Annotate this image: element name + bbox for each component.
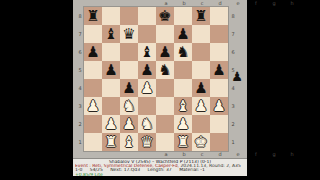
piece-black-b-b7[interactable]: ♝	[102, 25, 120, 43]
coord-label: d	[211, 151, 229, 158]
square-f4[interactable]	[174, 79, 192, 97]
square-c2[interactable]: ♟	[120, 115, 138, 133]
piece-white-p-h3[interactable]: ♟	[210, 97, 228, 115]
square-b6[interactable]	[102, 43, 120, 61]
piece-black-p-g4[interactable]: ♟	[192, 79, 210, 97]
square-h6[interactable]	[210, 43, 228, 61]
coord-label: 2	[229, 115, 237, 133]
length-text: Length: 37	[148, 168, 172, 172]
square-g3[interactable]: ♟	[192, 97, 210, 115]
coord-label: 1	[229, 133, 237, 151]
square-b7[interactable]: ♝	[102, 25, 120, 43]
square-f3[interactable]: ♝	[174, 97, 192, 115]
square-c1[interactable]: ♝	[120, 133, 138, 151]
piece-black-p-c4[interactable]: ♟	[120, 79, 138, 97]
square-f2[interactable]: ♟	[174, 115, 192, 133]
square-b8[interactable]	[102, 7, 120, 25]
square-a2[interactable]	[84, 115, 102, 133]
video-frame: abcdefgh abcdefgh 87654321 87654321 ♜♚♜♝…	[0, 0, 320, 180]
square-d3[interactable]	[138, 97, 156, 115]
piece-black-b-d6[interactable]: ♝	[138, 43, 156, 61]
game-info-footer: Shabalov V (2545) – Wachtfeld P (2113) (…	[73, 158, 247, 176]
piece-white-q-d1[interactable]: ♛	[138, 133, 156, 151]
square-a4[interactable]	[84, 79, 102, 97]
square-f5[interactable]	[174, 61, 192, 79]
piece-black-p-a6[interactable]: ♟	[84, 43, 102, 61]
coord-label: g	[265, 151, 283, 158]
square-e3[interactable]	[156, 97, 174, 115]
piece-white-p-b2[interactable]: ♟	[102, 115, 120, 133]
coord-label: 1	[76, 133, 84, 151]
piece-white-p-g3[interactable]: ♟	[192, 97, 210, 115]
coord-label: b	[175, 151, 193, 158]
coord-label: h	[283, 151, 301, 158]
piece-white-p-d4[interactable]: ♟	[138, 79, 156, 97]
piece-white-p-f2[interactable]: ♟	[174, 115, 192, 133]
rank-labels-left: 87654321	[76, 7, 84, 151]
coord-label: a	[157, 151, 175, 158]
piece-white-n-c3[interactable]: ♞	[120, 97, 138, 115]
coord-label: e	[229, 0, 247, 7]
piece-white-p-a3[interactable]: ♟	[84, 97, 102, 115]
coord-label: c	[193, 151, 211, 158]
square-a5[interactable]	[84, 61, 102, 79]
square-d8[interactable]	[138, 7, 156, 25]
square-e8[interactable]: ♚	[156, 7, 174, 25]
square-d5[interactable]: ♟	[138, 61, 156, 79]
piece-white-k-g1[interactable]: ♚	[192, 133, 210, 151]
coord-label: 8	[76, 7, 84, 25]
square-h3[interactable]: ♟	[210, 97, 228, 115]
piece-black-n-f6[interactable]: ♞	[174, 43, 192, 61]
coord-label: 4	[76, 79, 84, 97]
square-h1[interactable]	[210, 133, 228, 151]
square-h4[interactable]	[210, 79, 228, 97]
piece-black-r-g8[interactable]: ♜	[192, 7, 210, 25]
file-labels-bottom: abcdefgh	[157, 151, 301, 158]
coord-label: c	[193, 0, 211, 7]
piece-white-b-f3[interactable]: ♝	[174, 97, 192, 115]
coord-label: 6	[229, 43, 237, 61]
piece-black-p-b5[interactable]: ♟	[102, 61, 120, 79]
square-f6[interactable]: ♞	[174, 43, 192, 61]
square-e1[interactable]	[156, 133, 174, 151]
coord-label: 7	[76, 25, 84, 43]
piece-black-r-a8[interactable]: ♜	[84, 7, 102, 25]
square-e6[interactable]: ♟	[156, 43, 174, 61]
coord-label: e	[229, 151, 247, 158]
square-a7[interactable]	[84, 25, 102, 43]
square-c3[interactable]: ♞	[120, 97, 138, 115]
coord-label: 3	[76, 97, 84, 115]
piece-black-n-e5[interactable]: ♞	[156, 61, 174, 79]
coord-label: h	[283, 0, 301, 7]
coord-label: d	[211, 0, 229, 7]
piece-white-n-d2[interactable]: ♞	[138, 115, 156, 133]
square-g7[interactable]	[192, 25, 210, 43]
next-move-text: Next: 17.Qd3	[110, 168, 140, 172]
piece-black-p-d5[interactable]: ♟	[138, 61, 156, 79]
coord-label: b	[175, 0, 193, 7]
coord-label: 8	[229, 7, 237, 25]
square-a8[interactable]: ♜	[84, 7, 102, 25]
square-f8[interactable]	[174, 7, 192, 25]
piece-white-r-f1[interactable]: ♜	[174, 133, 192, 151]
piece-white-b-c1[interactable]: ♝	[120, 133, 138, 151]
coord-label: f	[247, 151, 265, 158]
square-g5[interactable]	[192, 61, 210, 79]
piece-white-p-c2[interactable]: ♟	[120, 115, 138, 133]
square-b2[interactable]: ♟	[102, 115, 120, 133]
square-f7[interactable]: ♟	[174, 25, 192, 43]
square-g6[interactable]	[192, 43, 210, 61]
captured-pawn-indicator: ♟	[229, 68, 245, 86]
square-e4[interactable]	[156, 79, 174, 97]
engine-eval-line: +0.85/9 Lite	[75, 173, 245, 177]
square-e7[interactable]	[156, 25, 174, 43]
square-d4[interactable]: ♟	[138, 79, 156, 97]
square-d7[interactable]	[138, 25, 156, 43]
piece-black-p-e6[interactable]: ♟	[156, 43, 174, 61]
piece-white-r-b1[interactable]: ♜	[102, 133, 120, 151]
square-a3[interactable]: ♟	[84, 97, 102, 115]
square-h2[interactable]	[210, 115, 228, 133]
square-c5[interactable]	[120, 61, 138, 79]
square-a6[interactable]: ♟	[84, 43, 102, 61]
square-e2[interactable]	[156, 115, 174, 133]
square-b4[interactable]	[102, 79, 120, 97]
square-c4[interactable]: ♟	[120, 79, 138, 97]
square-b1[interactable]: ♜	[102, 133, 120, 151]
square-h5[interactable]: ♟	[210, 61, 228, 79]
square-c6[interactable]	[120, 43, 138, 61]
coord-label: a	[157, 0, 175, 7]
file-labels-top: abcdefgh	[157, 0, 301, 7]
square-c7[interactable]: ♛	[120, 25, 138, 43]
square-d1[interactable]: ♛	[138, 133, 156, 151]
square-h8[interactable]	[210, 7, 228, 25]
square-b5[interactable]: ♟	[102, 61, 120, 79]
square-g1[interactable]: ♚	[192, 133, 210, 151]
square-h7[interactable]	[210, 25, 228, 43]
material-text: Material: -1	[179, 168, 205, 172]
square-c8[interactable]	[120, 7, 138, 25]
square-e5[interactable]: ♞	[156, 61, 174, 79]
piece-black-q-c7[interactable]: ♛	[120, 25, 138, 43]
piece-black-k-e8[interactable]: ♚	[156, 7, 174, 25]
square-g4[interactable]: ♟	[192, 79, 210, 97]
square-d2[interactable]: ♞	[138, 115, 156, 133]
square-f1[interactable]: ♜	[174, 133, 192, 151]
coord-label: 2	[76, 115, 84, 133]
coord-label: 3	[229, 97, 237, 115]
coord-label: 7	[229, 25, 237, 43]
coord-label: 5	[76, 61, 84, 79]
coord-label: f	[247, 0, 265, 7]
piece-black-p-h5[interactable]: ♟	[210, 61, 228, 79]
piece-black-p-f7[interactable]: ♟	[174, 25, 192, 43]
square-d6[interactable]: ♝	[138, 43, 156, 61]
square-g8[interactable]: ♜	[192, 7, 210, 25]
square-a1[interactable]	[84, 133, 102, 151]
square-b3[interactable]	[102, 97, 120, 115]
coord-label: g	[265, 0, 283, 7]
coord-label: 6	[76, 43, 84, 61]
square-g2[interactable]	[192, 115, 210, 133]
chess-board[interactable]: ♜♚♜♝♛♟♟♝♟♞♟♟♞♟♟♟♟♟♞♝♟♟♟♟♞♟♜♝♛♜♚	[84, 7, 228, 151]
